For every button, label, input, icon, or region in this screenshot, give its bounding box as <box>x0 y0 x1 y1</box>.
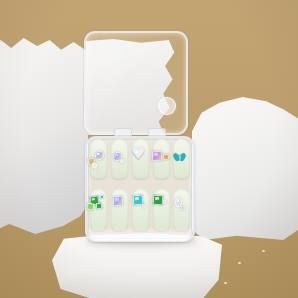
plaster-speck <box>262 250 265 252</box>
gem-green-square <box>151 194 173 216</box>
butterfly-body <box>179 154 181 160</box>
plaster-speck <box>238 262 241 264</box>
gem-aqua-square <box>131 194 153 216</box>
gem-teal-butterfly <box>173 152 195 174</box>
aurora-square-crystal <box>113 196 124 207</box>
green-crystal <box>153 195 164 206</box>
aurora-square-crystal <box>152 151 163 162</box>
blue-accent-crystal <box>100 195 104 199</box>
gem-purple-square <box>151 149 173 171</box>
champagne-crystal <box>91 162 97 168</box>
accent-crystal <box>181 206 185 210</box>
sparkle <box>136 151 138 153</box>
light-green-crystal <box>86 202 94 210</box>
green-crystal <box>96 203 102 209</box>
plaster-stone-right <box>192 97 298 240</box>
heart-crystal: ♥ <box>131 146 145 162</box>
case-front-highlight <box>88 228 192 241</box>
case-lid <box>84 31 188 135</box>
silver-accent-crystal <box>142 204 146 208</box>
accent-crystal <box>120 159 124 163</box>
plaster-speck <box>224 282 227 284</box>
gem-lavender-square <box>111 195 133 217</box>
photo-scene: ♥ <box>0 0 298 298</box>
silver-accent-crystal <box>163 200 167 204</box>
gem-silver-heart: ♥ <box>130 146 152 168</box>
plaster-stone-left <box>0 36 88 234</box>
gem-blue-round <box>110 150 132 172</box>
gold-accent-crystal <box>162 153 169 160</box>
lid-latch-button <box>158 97 176 115</box>
gem-cluster-gold-blue <box>88 150 110 172</box>
gem-silver-small <box>173 198 195 220</box>
gem-green-cluster <box>87 193 109 215</box>
sparkle <box>97 153 99 155</box>
